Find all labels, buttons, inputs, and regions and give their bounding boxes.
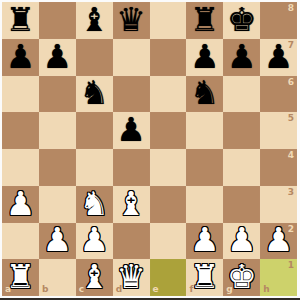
square-a3[interactable]: ♟︎ <box>2 186 39 223</box>
square-e2[interactable] <box>150 223 187 260</box>
square-e1[interactable]: e <box>150 259 187 296</box>
rank-label-5: 5 <box>288 114 294 123</box>
square-e7[interactable] <box>150 39 187 76</box>
square-a2[interactable] <box>2 223 39 260</box>
square-h7[interactable]: ♟︎7 <box>260 39 297 76</box>
square-h5[interactable]: 5 <box>260 112 297 149</box>
rank-label-3: 3 <box>288 188 294 197</box>
piece-black-pawn[interactable]: ♟︎ <box>264 40 294 73</box>
rank-label-8: 8 <box>288 4 294 13</box>
piece-white-bishop[interactable]: ♝︎ <box>79 260 109 293</box>
square-e8[interactable] <box>150 2 187 39</box>
square-h1[interactable]: 1h <box>260 259 297 296</box>
piece-white-rook[interactable]: ♜︎ <box>6 260 36 293</box>
square-e4[interactable] <box>150 149 187 186</box>
square-g2[interactable]: ♟︎ <box>223 223 260 260</box>
square-h6[interactable]: 6 <box>260 76 297 113</box>
piece-white-pawn[interactable]: ♟︎ <box>79 223 109 256</box>
piece-white-pawn[interactable]: ♟︎ <box>43 223 73 256</box>
square-g5[interactable] <box>223 112 260 149</box>
square-d6[interactable] <box>113 76 150 113</box>
square-b2[interactable]: ♟︎ <box>39 223 76 260</box>
square-f7[interactable]: ♟︎ <box>186 39 223 76</box>
square-a7[interactable]: ♟︎ <box>2 39 39 76</box>
piece-black-king[interactable]: ♚︎ <box>227 3 257 36</box>
piece-white-pawn[interactable]: ♟︎ <box>6 187 36 220</box>
rank-label-6: 6 <box>288 78 294 87</box>
square-g1[interactable]: ♚︎g <box>223 259 260 296</box>
square-a6[interactable] <box>2 76 39 113</box>
square-c4[interactable] <box>76 149 113 186</box>
square-e3[interactable] <box>150 186 187 223</box>
square-d8[interactable]: ♛︎ <box>113 2 150 39</box>
square-b5[interactable] <box>39 112 76 149</box>
square-g3[interactable] <box>223 186 260 223</box>
square-d5[interactable]: ♟︎ <box>113 112 150 149</box>
file-label-b: b <box>42 285 48 294</box>
square-f3[interactable] <box>186 186 223 223</box>
square-d1[interactable]: ♛︎d <box>113 259 150 296</box>
square-h2[interactable]: ♟︎2 <box>260 223 297 260</box>
square-f6[interactable]: ♞︎ <box>186 76 223 113</box>
piece-white-king[interactable]: ♚︎ <box>227 260 257 293</box>
piece-white-pawn[interactable]: ♟︎ <box>190 223 220 256</box>
rank-label-1: 1 <box>288 261 294 270</box>
rank-label-4: 4 <box>288 151 294 160</box>
square-d3[interactable]: ♝︎ <box>113 186 150 223</box>
square-h3[interactable]: 3 <box>260 186 297 223</box>
square-c6[interactable]: ♞︎ <box>76 76 113 113</box>
piece-white-bishop[interactable]: ♝︎ <box>116 187 146 220</box>
piece-black-queen[interactable]: ♛︎ <box>116 3 146 36</box>
piece-white-knight[interactable]: ♞︎ <box>79 187 109 220</box>
piece-black-knight[interactable]: ♞︎ <box>190 76 220 109</box>
square-c7[interactable] <box>76 39 113 76</box>
square-b8[interactable] <box>39 2 76 39</box>
square-c5[interactable] <box>76 112 113 149</box>
square-f5[interactable] <box>186 112 223 149</box>
square-c2[interactable]: ♟︎ <box>76 223 113 260</box>
square-g7[interactable]: ♟︎ <box>223 39 260 76</box>
piece-white-pawn[interactable]: ♟︎ <box>227 223 257 256</box>
piece-black-knight[interactable]: ♞︎ <box>79 76 109 109</box>
piece-black-pawn[interactable]: ♟︎ <box>190 40 220 73</box>
file-label-e: e <box>153 285 159 294</box>
square-b7[interactable]: ♟︎ <box>39 39 76 76</box>
page: ♜︎♝︎♛︎♜︎♚︎8♟︎♟︎♟︎♟︎♟︎7♞︎♞︎6♟︎54♟︎♞︎♝︎3♟︎… <box>0 0 300 300</box>
piece-black-rook[interactable]: ♜︎ <box>190 3 220 36</box>
square-c1[interactable]: ♝︎c <box>76 259 113 296</box>
square-f8[interactable]: ♜︎ <box>186 2 223 39</box>
square-b4[interactable] <box>39 149 76 186</box>
square-c8[interactable]: ♝︎ <box>76 2 113 39</box>
piece-white-queen[interactable]: ♛︎ <box>116 260 146 293</box>
square-a8[interactable]: ♜︎ <box>2 2 39 39</box>
square-b1[interactable]: b <box>39 259 76 296</box>
chess-board[interactable]: ♜︎♝︎♛︎♜︎♚︎8♟︎♟︎♟︎♟︎♟︎7♞︎♞︎6♟︎54♟︎♞︎♝︎3♟︎… <box>2 2 297 296</box>
square-c3[interactable]: ♞︎ <box>76 186 113 223</box>
square-f4[interactable] <box>186 149 223 186</box>
file-label-h: h <box>263 285 269 294</box>
square-f1[interactable]: ♜︎f <box>186 259 223 296</box>
square-h4[interactable]: 4 <box>260 149 297 186</box>
piece-black-pawn[interactable]: ♟︎ <box>43 40 73 73</box>
square-a5[interactable] <box>2 112 39 149</box>
square-d7[interactable] <box>113 39 150 76</box>
piece-black-pawn[interactable]: ♟︎ <box>116 113 146 146</box>
square-g4[interactable] <box>223 149 260 186</box>
square-g8[interactable]: ♚︎ <box>223 2 260 39</box>
square-d2[interactable] <box>113 223 150 260</box>
piece-white-rook[interactable]: ♜︎ <box>190 260 220 293</box>
square-d4[interactable] <box>113 149 150 186</box>
piece-black-bishop[interactable]: ♝︎ <box>79 3 109 36</box>
square-b3[interactable] <box>39 186 76 223</box>
square-h8[interactable]: 8 <box>260 2 297 39</box>
piece-white-pawn[interactable]: ♟︎ <box>264 223 294 256</box>
piece-black-pawn[interactable]: ♟︎ <box>6 40 36 73</box>
square-b6[interactable] <box>39 76 76 113</box>
square-e6[interactable] <box>150 76 187 113</box>
square-a4[interactable] <box>2 149 39 186</box>
piece-black-pawn[interactable]: ♟︎ <box>227 40 257 73</box>
square-f2[interactable]: ♟︎ <box>186 223 223 260</box>
square-a1[interactable]: ♜︎a <box>2 259 39 296</box>
piece-black-rook[interactable]: ♜︎ <box>6 3 36 36</box>
square-e5[interactable] <box>150 112 187 149</box>
square-g6[interactable] <box>223 76 260 113</box>
